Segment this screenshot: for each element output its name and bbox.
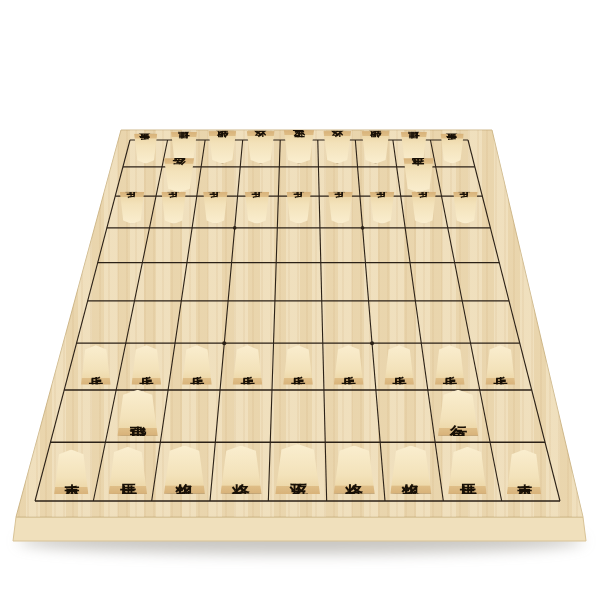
grid-line <box>35 140 130 501</box>
star-point <box>361 226 365 230</box>
grid-line <box>268 140 280 501</box>
grid-line <box>468 140 560 501</box>
star-point <box>370 341 374 345</box>
star-point <box>222 341 226 345</box>
grid-line <box>318 140 327 501</box>
shogi-photo: 香車桂馬銀将金将玉将金将銀将桂馬香車角行飛車歩兵歩兵歩兵歩兵歩兵歩兵歩兵歩兵歩兵… <box>0 0 600 600</box>
star-point <box>233 226 237 230</box>
board-grid <box>0 0 600 600</box>
